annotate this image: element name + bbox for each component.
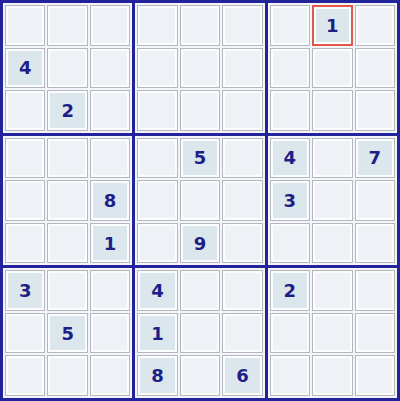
sudoku-cell-r9c7[interactable] xyxy=(270,355,310,396)
sudoku-cell-r4c2[interactable] xyxy=(47,138,87,179)
sudoku-cell-r5c3[interactable]: 8 xyxy=(90,180,130,221)
sudoku-cell-r9c9[interactable] xyxy=(355,355,395,396)
sudoku-cell-r6c8[interactable] xyxy=(312,223,352,264)
sudoku-cell-r3c4[interactable] xyxy=(137,90,177,131)
sudoku-cell-r4c9[interactable]: 7 xyxy=(355,138,395,179)
sudoku-cell-r1c4[interactable] xyxy=(137,5,177,46)
sudoku-cell-r1c6[interactable] xyxy=(222,5,262,46)
sudoku-box-r1c1: 42 xyxy=(3,3,132,133)
sudoku-cell-r9c8[interactable] xyxy=(312,355,352,396)
sudoku-cell-r7c4[interactable]: 4 xyxy=(137,270,177,311)
sudoku-cell-r2c4[interactable] xyxy=(137,48,177,89)
sudoku-box-r3c1: 35 xyxy=(3,268,132,398)
sudoku-cell-r4c7[interactable]: 4 xyxy=(270,138,310,179)
sudoku-cell-r1c7[interactable] xyxy=(270,5,310,46)
sudoku-cell-r8c8[interactable] xyxy=(312,313,352,354)
sudoku-cell-r3c9[interactable] xyxy=(355,90,395,131)
sudoku-cell-r2c3[interactable] xyxy=(90,48,130,89)
sudoku-cell-r4c5[interactable]: 5 xyxy=(180,138,220,179)
sudoku-cell-r8c2[interactable]: 5 xyxy=(47,313,87,354)
sudoku-cell-r7c1[interactable]: 3 xyxy=(5,270,45,311)
sudoku-box-r1c3: 1 xyxy=(268,3,397,133)
sudoku-cell-r4c4[interactable] xyxy=(137,138,177,179)
sudoku-box-r2c1: 81 xyxy=(3,136,132,266)
sudoku-cell-r4c3[interactable] xyxy=(90,138,130,179)
sudoku-cell-r8c3[interactable] xyxy=(90,313,130,354)
sudoku-cell-r6c2[interactable] xyxy=(47,223,87,264)
sudoku-cell-r6c4[interactable] xyxy=(137,223,177,264)
sudoku-cell-r3c8[interactable] xyxy=(312,90,352,131)
sudoku-cell-r2c2[interactable] xyxy=(47,48,87,89)
sudoku-cell-r9c1[interactable] xyxy=(5,355,45,396)
sudoku-cell-r2c1[interactable]: 4 xyxy=(5,48,45,89)
sudoku-cell-r6c6[interactable] xyxy=(222,223,262,264)
sudoku-cell-r7c9[interactable] xyxy=(355,270,395,311)
sudoku-cell-r5c2[interactable] xyxy=(47,180,87,221)
sudoku-cell-r5c9[interactable] xyxy=(355,180,395,221)
sudoku-cell-r8c9[interactable] xyxy=(355,313,395,354)
sudoku-cell-r6c7[interactable] xyxy=(270,223,310,264)
sudoku-cell-r1c2[interactable] xyxy=(47,5,87,46)
sudoku-board: 42181594733541862 xyxy=(0,0,400,401)
sudoku-cell-r6c5[interactable]: 9 xyxy=(180,223,220,264)
sudoku-cell-r8c1[interactable] xyxy=(5,313,45,354)
sudoku-cell-r5c6[interactable] xyxy=(222,180,262,221)
sudoku-cell-r9c2[interactable] xyxy=(47,355,87,396)
sudoku-cell-r7c3[interactable] xyxy=(90,270,130,311)
sudoku-cell-r9c5[interactable] xyxy=(180,355,220,396)
sudoku-cell-r3c6[interactable] xyxy=(222,90,262,131)
sudoku-cell-r6c1[interactable] xyxy=(5,223,45,264)
sudoku-cell-r6c9[interactable] xyxy=(355,223,395,264)
sudoku-cell-selected[interactable]: 1 xyxy=(312,5,352,46)
sudoku-cell-r9c3[interactable] xyxy=(90,355,130,396)
sudoku-box-r2c2: 59 xyxy=(135,136,264,266)
sudoku-box-r3c2: 4186 xyxy=(135,268,264,398)
sudoku-cell-r1c3[interactable] xyxy=(90,5,130,46)
sudoku-cell-r3c3[interactable] xyxy=(90,90,130,131)
sudoku-cell-r2c5[interactable] xyxy=(180,48,220,89)
sudoku-cell-r3c1[interactable] xyxy=(5,90,45,131)
sudoku-cell-r6c3[interactable]: 1 xyxy=(90,223,130,264)
sudoku-cell-r5c7[interactable]: 3 xyxy=(270,180,310,221)
sudoku-cell-r4c1[interactable] xyxy=(5,138,45,179)
sudoku-box-r1c2 xyxy=(135,3,264,133)
sudoku-cell-r3c2[interactable]: 2 xyxy=(47,90,87,131)
sudoku-box-r3c3: 2 xyxy=(268,268,397,398)
sudoku-cell-r2c6[interactable] xyxy=(222,48,262,89)
sudoku-cell-r9c6[interactable]: 6 xyxy=(222,355,262,396)
sudoku-cell-r4c8[interactable] xyxy=(312,138,352,179)
sudoku-cell-r5c5[interactable] xyxy=(180,180,220,221)
sudoku-cell-r5c4[interactable] xyxy=(137,180,177,221)
sudoku-cell-r3c7[interactable] xyxy=(270,90,310,131)
sudoku-cell-r7c2[interactable] xyxy=(47,270,87,311)
sudoku-cell-r5c8[interactable] xyxy=(312,180,352,221)
sudoku-cell-r7c8[interactable] xyxy=(312,270,352,311)
sudoku-cell-r8c7[interactable] xyxy=(270,313,310,354)
sudoku-cell-r5c1[interactable] xyxy=(5,180,45,221)
sudoku-cell-r3c5[interactable] xyxy=(180,90,220,131)
sudoku-cell-r7c6[interactable] xyxy=(222,270,262,311)
sudoku-cell-r1c1[interactable] xyxy=(5,5,45,46)
sudoku-cell-r7c7[interactable]: 2 xyxy=(270,270,310,311)
sudoku-cell-r4c6[interactable] xyxy=(222,138,262,179)
sudoku-cell-r2c7[interactable] xyxy=(270,48,310,89)
sudoku-cell-r8c4[interactable]: 1 xyxy=(137,313,177,354)
sudoku-box-r2c3: 473 xyxy=(268,136,397,266)
sudoku-cell-r1c9[interactable] xyxy=(355,5,395,46)
sudoku-cell-r8c5[interactable] xyxy=(180,313,220,354)
sudoku-cell-r1c5[interactable] xyxy=(180,5,220,46)
sudoku-cell-r2c8[interactable] xyxy=(312,48,352,89)
sudoku-cell-r2c9[interactable] xyxy=(355,48,395,89)
sudoku-cell-r7c5[interactable] xyxy=(180,270,220,311)
sudoku-cell-r9c4[interactable]: 8 xyxy=(137,355,177,396)
sudoku-cell-r8c6[interactable] xyxy=(222,313,262,354)
